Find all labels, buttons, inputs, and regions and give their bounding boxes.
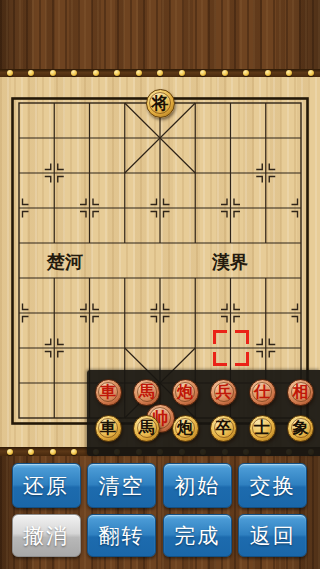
cursor-corner-icon: [213, 352, 227, 366]
tray-piece-red-horse[interactable]: 馬: [133, 379, 160, 406]
piece-char: 炮: [177, 420, 193, 436]
back-button[interactable]: 返回: [238, 514, 307, 557]
piece-char: 炮: [177, 384, 193, 400]
piece-char: 士: [254, 420, 270, 436]
tray-piece-red-elephant[interactable]: 相: [287, 379, 314, 406]
piece-char: 仕: [254, 384, 270, 400]
xiangqi-editor-screen: 楚河 漢界 将帅 車馬炮兵仕相車馬炮卒士象 还原清空初始交换撤消翻转完成返回: [0, 0, 320, 569]
cursor-corner-icon: [235, 352, 249, 366]
tray-piece-red-soldier[interactable]: 兵: [210, 379, 237, 406]
tray-piece-black-elephant[interactable]: 象: [287, 415, 314, 442]
tray-piece-red-chariot[interactable]: 車: [95, 379, 122, 406]
done-button[interactable]: 完成: [163, 514, 232, 557]
piece-char: 象: [293, 420, 309, 436]
cursor-corner-icon: [213, 330, 227, 344]
tray-piece-black-advisor[interactable]: 士: [249, 415, 276, 442]
piece-char: 馬: [139, 420, 155, 436]
initial-button[interactable]: 初始: [163, 463, 232, 508]
undo-button[interactable]: 撤消: [12, 514, 81, 557]
black-general[interactable]: 将: [146, 89, 175, 118]
tray-piece-black-cannon[interactable]: 炮: [172, 415, 199, 442]
swap-button[interactable]: 交换: [238, 463, 307, 508]
piece-char: 車: [100, 420, 116, 436]
piece-char: 兵: [216, 384, 232, 400]
tray-piece-black-chariot[interactable]: 車: [95, 415, 122, 442]
piece-tray-panel: [87, 370, 320, 456]
river-label-right: 漢界: [212, 250, 268, 274]
cursor-corner-icon: [235, 330, 249, 344]
piece-char: 車: [100, 384, 116, 400]
clear-button[interactable]: 清空: [87, 463, 156, 508]
tray-piece-black-soldier[interactable]: 卒: [210, 415, 237, 442]
selection-cursor: [213, 330, 249, 366]
piece-char: 馬: [139, 384, 155, 400]
restore-button[interactable]: 还原: [12, 463, 81, 508]
piece-char: 卒: [216, 420, 232, 436]
river-label-left: 楚河: [47, 250, 103, 274]
flip-button[interactable]: 翻转: [87, 514, 156, 557]
tray-piece-red-cannon[interactable]: 炮: [172, 379, 199, 406]
tray-piece-red-advisor[interactable]: 仕: [249, 379, 276, 406]
tray-piece-black-horse[interactable]: 馬: [133, 415, 160, 442]
piece-char: 将: [152, 95, 169, 112]
piece-char: 相: [293, 384, 309, 400]
